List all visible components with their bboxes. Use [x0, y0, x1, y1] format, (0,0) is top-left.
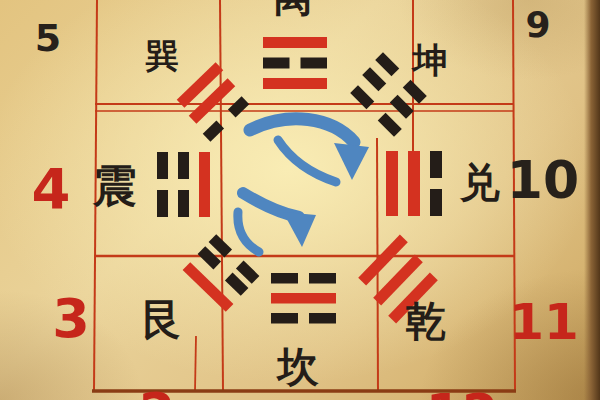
trigram-gen: [186, 238, 255, 308]
trigram-label-gen: 艮: [141, 299, 183, 341]
arrowhead-icon: [283, 212, 316, 247]
trigram-label-xun: 巽: [146, 39, 179, 72]
sector-number-3: 3: [52, 292, 90, 346]
sector-number-2-partial: 2: [139, 386, 175, 400]
trigram-label-zhen: 震: [93, 164, 137, 208]
bagua-diagram: 巽 离 坤 震 兑 艮 坎 乾 5 9 4 10 3 11 2 12: [0, 0, 600, 400]
arrow-crescent: [238, 212, 259, 252]
arrow-swoosh: [250, 119, 354, 142]
sector-number-11: 11: [509, 297, 579, 347]
arrowhead-icon: [334, 143, 369, 180]
arrow-crescent: [278, 140, 336, 182]
trigram-label-kan: 坎: [278, 347, 319, 388]
trigram-zhen: [157, 152, 210, 217]
trigram-xun: [181, 66, 246, 138]
page-edge-shadow: [584, 0, 600, 400]
sector-number-10: 10: [507, 154, 579, 206]
trigram-dui: [386, 151, 442, 216]
trigrams: [157, 37, 442, 324]
rotation-arrows: [238, 119, 369, 252]
trigram-kan: [271, 273, 336, 324]
trigram-li: [263, 37, 327, 89]
rotation-arrow-bottom: [238, 193, 316, 252]
trigram-label-qian: 乾: [406, 301, 447, 342]
sector-number-4: 4: [32, 161, 71, 217]
sector-number-12-partial: 12: [426, 387, 498, 400]
rotation-arrow-top: [250, 119, 369, 182]
trigram-label-kun: 坤: [413, 43, 448, 78]
trigram-label-dui: 兑: [460, 162, 500, 202]
sector-number-5: 5: [35, 19, 61, 57]
trigram-label-li: 离: [273, 0, 314, 18]
sector-number-9: 9: [525, 7, 550, 43]
